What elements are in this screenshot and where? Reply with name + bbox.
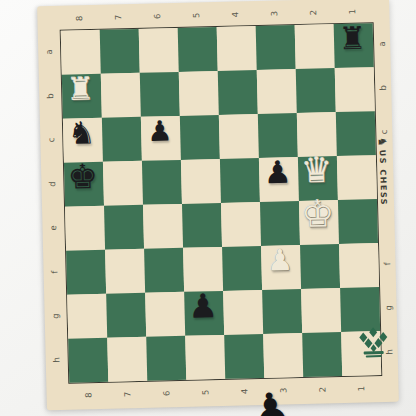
right-file-label-b: b: [379, 85, 388, 91]
piece-white-pawn-f3[interactable]: ♟: [267, 246, 294, 276]
piece-white-queen-d2[interactable]: ♛: [301, 153, 333, 189]
square-g7[interactable]: [106, 293, 146, 338]
square-h7[interactable]: [107, 337, 147, 382]
square-h4[interactable]: [224, 334, 264, 379]
square-g8[interactable]: [67, 294, 107, 339]
left-file-label-g: g: [51, 313, 60, 319]
square-c1[interactable]: [336, 111, 376, 156]
square-e4[interactable]: [221, 202, 261, 247]
right-file-label-f: f: [383, 262, 392, 265]
top-rank-label-5: 5: [192, 13, 201, 19]
left-file-label-e: e: [49, 225, 58, 230]
square-g6[interactable]: [145, 292, 185, 337]
square-f7[interactable]: [105, 249, 145, 294]
top-rank-label-6: 6: [153, 14, 162, 20]
square-f1[interactable]: [339, 243, 379, 288]
square-d4[interactable]: [220, 158, 260, 203]
square-f8[interactable]: [66, 250, 106, 295]
square-h3[interactable]: [263, 333, 303, 378]
square-a2[interactable]: [295, 24, 335, 69]
square-a7[interactable]: [100, 29, 140, 74]
piece-black-king-d8[interactable]: ♚: [67, 159, 98, 194]
square-g3[interactable]: [262, 289, 302, 334]
top-rank-label-2: 2: [309, 10, 318, 16]
square-a3[interactable]: [256, 25, 296, 70]
square-a6[interactable]: [139, 28, 179, 73]
left-file-label-a: a: [45, 49, 54, 54]
square-b7[interactable]: [101, 73, 141, 118]
left-file-label-c: c: [47, 138, 56, 143]
top-rank-label-8: 8: [75, 16, 84, 22]
top-rank-label-4: 4: [231, 12, 240, 18]
square-g4[interactable]: [223, 290, 263, 335]
square-e5[interactable]: [182, 203, 222, 248]
square-a4[interactable]: [217, 26, 257, 71]
square-d7[interactable]: [103, 161, 143, 206]
left-file-label-f: f: [50, 270, 59, 273]
bottom-rank-label-8: 8: [84, 392, 93, 398]
bottom-rank-label-1: 1: [357, 386, 366, 392]
square-b5[interactable]: [179, 71, 219, 116]
square-e6[interactable]: [143, 204, 183, 249]
square-d5[interactable]: [181, 159, 221, 204]
square-g2[interactable]: [301, 288, 341, 333]
bottom-rank-label-2: 2: [318, 387, 327, 393]
piece-black-knight-c8[interactable]: ♞: [67, 117, 96, 149]
square-h2[interactable]: [302, 332, 342, 377]
square-e7[interactable]: [104, 205, 144, 250]
square-b1[interactable]: [335, 67, 375, 112]
square-b2[interactable]: [296, 68, 336, 113]
bottom-rank-label-7: 7: [123, 391, 132, 397]
square-h8[interactable]: [68, 338, 108, 383]
captured-black-pawn[interactable]: ♟: [249, 386, 292, 416]
square-b3[interactable]: [257, 69, 297, 114]
bottom-rank-label-5: 5: [201, 390, 210, 396]
bottom-rank-label-4: 4: [240, 389, 249, 395]
chess-mat: 8765432187654321abcdefghabcfgh ♞ US CHES…: [37, 0, 399, 410]
piece-black-rook-a1[interactable]: ♜: [338, 23, 367, 55]
square-c4[interactable]: [219, 114, 259, 159]
piece-white-rook-b8[interactable]: ♜: [66, 73, 95, 105]
top-rank-label-7: 7: [114, 15, 123, 21]
top-rank-label-3: 3: [270, 11, 279, 17]
square-e8[interactable]: [65, 206, 105, 251]
square-b4[interactable]: [218, 70, 258, 115]
square-c5[interactable]: [180, 115, 220, 160]
top-rank-label-1: 1: [348, 9, 357, 15]
piece-black-pawn-c6[interactable]: ♟: [147, 117, 173, 146]
crown-of-diamonds-emblem: [357, 322, 390, 359]
square-b6[interactable]: [140, 72, 180, 117]
square-f2[interactable]: [300, 244, 340, 289]
square-h6[interactable]: [146, 336, 186, 381]
piece-black-pawn-d3[interactable]: ♟: [263, 156, 292, 188]
square-f6[interactable]: [144, 248, 184, 293]
right-file-label-a: a: [378, 41, 387, 46]
square-f4[interactable]: [222, 246, 262, 291]
piece-black-pawn-g5[interactable]: ♟: [188, 289, 218, 323]
piece-white-king-e2[interactable]: ♚: [301, 195, 335, 233]
left-file-label-b: b: [46, 93, 55, 99]
square-c7[interactable]: [102, 117, 142, 162]
logo-text: US CHESS: [378, 149, 388, 205]
square-a8[interactable]: [61, 30, 101, 75]
left-file-label-d: d: [48, 181, 57, 187]
us-chess-logo: ♞ US CHESS: [371, 126, 395, 217]
square-h5[interactable]: [185, 335, 225, 380]
knight-icon: ♞: [376, 136, 389, 146]
right-file-label-g: g: [384, 305, 393, 311]
square-a5[interactable]: [178, 27, 218, 72]
square-c3[interactable]: [258, 113, 298, 158]
square-e1[interactable]: [338, 199, 378, 244]
square-d6[interactable]: [142, 160, 182, 205]
left-file-label-h: h: [52, 357, 61, 363]
bottom-rank-label-6: 6: [162, 391, 171, 397]
square-e3[interactable]: [260, 201, 300, 246]
square-d1[interactable]: [337, 155, 377, 200]
